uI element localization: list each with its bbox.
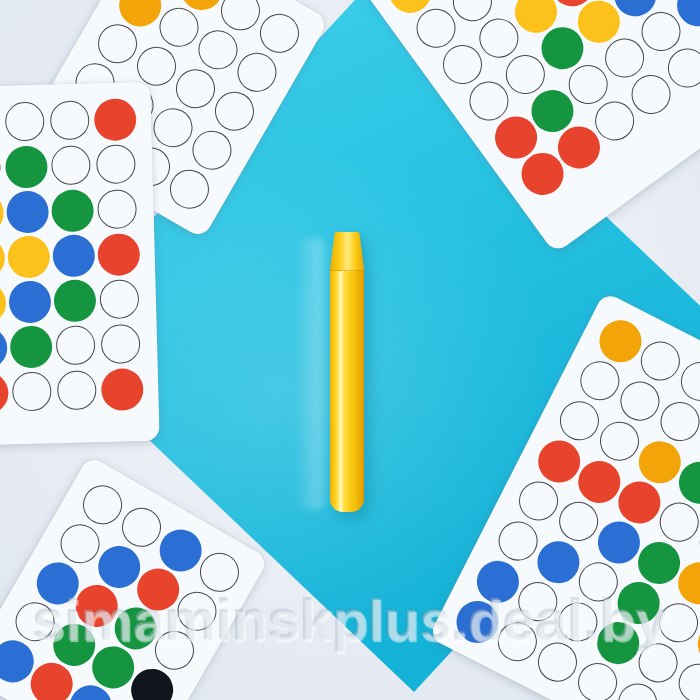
empty-cell [93,141,139,187]
empty-circle [5,102,45,142]
empty-circle [101,324,141,364]
red-dot [97,233,140,276]
dot-cell [5,233,51,279]
empty-circle [51,145,91,185]
empty-cell [53,322,99,368]
dot-cell [92,96,138,142]
red-dot [0,371,8,414]
empty-circle [12,371,52,411]
empty-cell [47,97,93,143]
green-dot [9,325,52,368]
empty-circle [97,189,137,229]
green-dot [4,145,47,188]
mat-light-reflection [294,238,328,510]
empty-cell [9,368,55,414]
empty-cell [48,142,94,188]
dot-cell [6,278,52,324]
dot-cell [50,232,96,278]
yellow-dot [0,281,6,324]
red-dot [93,98,136,141]
dot-cell [8,323,54,369]
empty-circle [57,370,97,410]
empty-circle [99,279,139,319]
blue-dot [6,190,49,233]
blue-dot [0,326,7,369]
dot-cell [3,143,49,189]
yellow-dot [0,236,5,279]
green-dot [53,279,96,322]
empty-circle [0,148,1,188]
dot-cell [95,231,141,277]
green-dot [51,189,94,232]
card-left [0,82,160,447]
yellow-dot [0,191,4,234]
empty-cell [94,186,140,232]
empty-cell [96,276,142,322]
empty-cell [54,367,100,413]
dot-cell [49,187,95,233]
yellow-crayon [330,232,364,512]
red-dot [100,368,143,411]
empty-circle [96,144,136,184]
photo-stage: simaminskplus.deal.by [0,0,700,700]
dot-cell [4,188,50,234]
empty-cell [98,321,144,367]
yellow-dot [7,235,50,278]
blue-dot [8,280,51,323]
blue-dot [52,234,95,277]
empty-cell [2,98,48,144]
dot-cell [99,366,145,412]
dot-cell [51,277,97,323]
empty-circle [56,325,96,365]
crayon-body [330,270,364,512]
crayon-tip [330,232,364,271]
empty-circle [50,100,90,140]
